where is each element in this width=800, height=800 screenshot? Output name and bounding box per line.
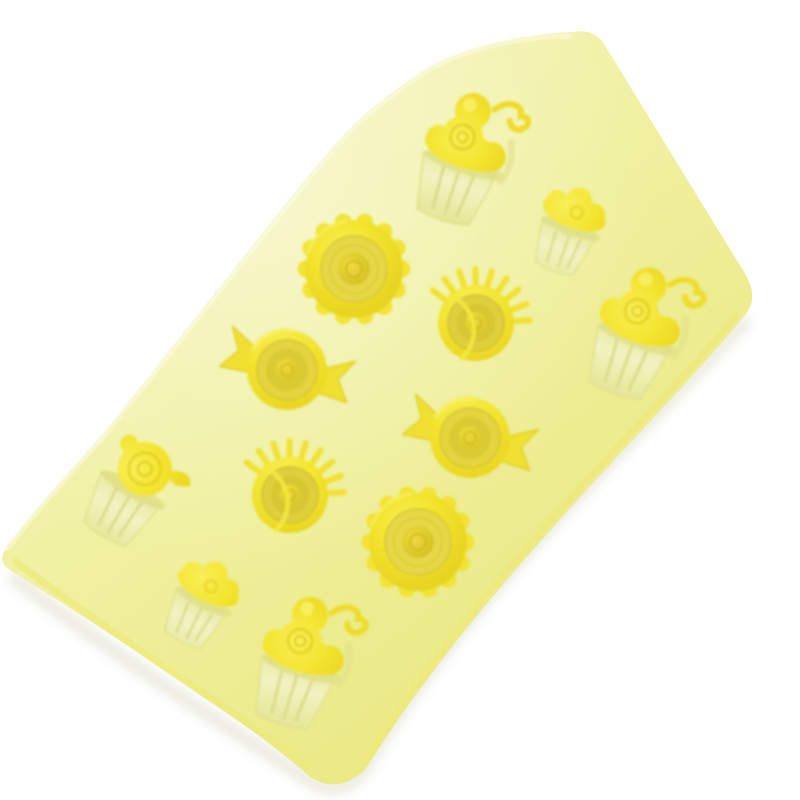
product-photo: Yellow silicone cupcake and candy mold o… [0, 0, 800, 800]
mold-glare [2, 31, 752, 784]
mold-photo: Yellow silicone cupcake and candy mold o… [0, 0, 800, 800]
